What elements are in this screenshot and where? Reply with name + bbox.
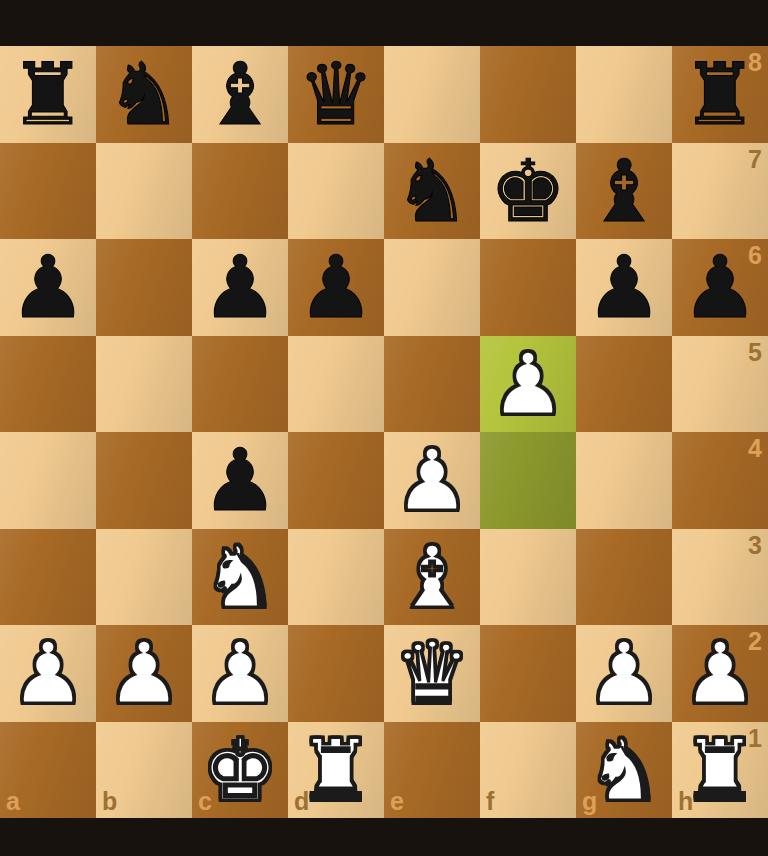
square-d1[interactable]: d♜ bbox=[288, 722, 384, 819]
square-e3[interactable]: ♝ bbox=[384, 529, 480, 626]
black-rook[interactable]: ♜ bbox=[672, 46, 768, 143]
square-e6[interactable] bbox=[384, 239, 480, 336]
white-pawn[interactable]: ♟ bbox=[480, 336, 576, 433]
black-bishop[interactable]: ♝ bbox=[192, 46, 288, 143]
black-king[interactable]: ♚ bbox=[480, 143, 576, 240]
square-b2[interactable]: ♟ bbox=[96, 625, 192, 722]
square-g5[interactable] bbox=[576, 336, 672, 433]
square-f8[interactable] bbox=[480, 46, 576, 143]
chess-board: ♜♞♝♛8♜♞♚♝7♟♟♟♟6♟♟5♟♟4♞♝3♟♟♟♛♟2♟abc♚d♜efg… bbox=[0, 46, 768, 818]
square-a3[interactable] bbox=[0, 529, 96, 626]
square-b4[interactable] bbox=[96, 432, 192, 529]
black-pawn[interactable]: ♟ bbox=[192, 432, 288, 529]
rank-label-7: 7 bbox=[748, 147, 762, 172]
square-d8[interactable]: ♛ bbox=[288, 46, 384, 143]
square-e8[interactable] bbox=[384, 46, 480, 143]
square-g3[interactable] bbox=[576, 529, 672, 626]
square-b1[interactable]: b bbox=[96, 722, 192, 819]
square-g1[interactable]: g♞ bbox=[576, 722, 672, 819]
rank-label-4: 4 bbox=[748, 436, 762, 461]
square-f7[interactable]: ♚ bbox=[480, 143, 576, 240]
white-rook[interactable]: ♜ bbox=[672, 722, 768, 819]
black-pawn[interactable]: ♟ bbox=[288, 239, 384, 336]
white-queen[interactable]: ♛ bbox=[384, 625, 480, 722]
square-e5[interactable] bbox=[384, 336, 480, 433]
square-a1[interactable]: a bbox=[0, 722, 96, 819]
black-bishop[interactable]: ♝ bbox=[576, 143, 672, 240]
square-g2[interactable]: ♟ bbox=[576, 625, 672, 722]
black-queen[interactable]: ♛ bbox=[288, 46, 384, 143]
board-frame: ♜♞♝♛8♜♞♚♝7♟♟♟♟6♟♟5♟♟4♞♝3♟♟♟♛♟2♟abc♚d♜efg… bbox=[0, 46, 768, 818]
square-a6[interactable]: ♟ bbox=[0, 239, 96, 336]
black-pawn[interactable]: ♟ bbox=[672, 239, 768, 336]
square-c1[interactable]: c♚ bbox=[192, 722, 288, 819]
square-h2[interactable]: 2♟ bbox=[672, 625, 768, 722]
square-a7[interactable] bbox=[0, 143, 96, 240]
white-king[interactable]: ♚ bbox=[192, 722, 288, 819]
square-f5[interactable]: ♟ bbox=[480, 336, 576, 433]
square-g6[interactable]: ♟ bbox=[576, 239, 672, 336]
white-pawn[interactable]: ♟ bbox=[96, 625, 192, 722]
square-f4[interactable] bbox=[480, 432, 576, 529]
square-g7[interactable]: ♝ bbox=[576, 143, 672, 240]
square-b3[interactable] bbox=[96, 529, 192, 626]
square-h8[interactable]: 8♜ bbox=[672, 46, 768, 143]
rank-label-5: 5 bbox=[748, 340, 762, 365]
square-d7[interactable] bbox=[288, 143, 384, 240]
square-e1[interactable]: e bbox=[384, 722, 480, 819]
square-c7[interactable] bbox=[192, 143, 288, 240]
white-pawn[interactable]: ♟ bbox=[0, 625, 96, 722]
square-g8[interactable] bbox=[576, 46, 672, 143]
square-c2[interactable]: ♟ bbox=[192, 625, 288, 722]
black-pawn[interactable]: ♟ bbox=[576, 239, 672, 336]
square-c4[interactable]: ♟ bbox=[192, 432, 288, 529]
square-f3[interactable] bbox=[480, 529, 576, 626]
white-pawn[interactable]: ♟ bbox=[576, 625, 672, 722]
white-rook[interactable]: ♜ bbox=[288, 722, 384, 819]
square-e7[interactable]: ♞ bbox=[384, 143, 480, 240]
black-rook[interactable]: ♜ bbox=[0, 46, 96, 143]
file-label-e: e bbox=[390, 789, 404, 814]
square-b5[interactable] bbox=[96, 336, 192, 433]
square-d6[interactable]: ♟ bbox=[288, 239, 384, 336]
square-c5[interactable] bbox=[192, 336, 288, 433]
square-a8[interactable]: ♜ bbox=[0, 46, 96, 143]
black-knight[interactable]: ♞ bbox=[384, 143, 480, 240]
square-a5[interactable] bbox=[0, 336, 96, 433]
square-e2[interactable]: ♛ bbox=[384, 625, 480, 722]
file-label-a: a bbox=[6, 789, 20, 814]
black-knight[interactable]: ♞ bbox=[96, 46, 192, 143]
square-h7[interactable]: 7 bbox=[672, 143, 768, 240]
file-label-f: f bbox=[486, 789, 494, 814]
black-pawn[interactable]: ♟ bbox=[0, 239, 96, 336]
square-h6[interactable]: 6♟ bbox=[672, 239, 768, 336]
white-bishop[interactable]: ♝ bbox=[384, 529, 480, 626]
square-c6[interactable]: ♟ bbox=[192, 239, 288, 336]
file-label-b: b bbox=[102, 789, 117, 814]
square-b6[interactable] bbox=[96, 239, 192, 336]
chess-app: { "game": "chess", "position": { "fen": … bbox=[0, 0, 768, 856]
square-a4[interactable] bbox=[0, 432, 96, 529]
square-a2[interactable]: ♟ bbox=[0, 625, 96, 722]
white-knight[interactable]: ♞ bbox=[192, 529, 288, 626]
square-d2[interactable] bbox=[288, 625, 384, 722]
square-b8[interactable]: ♞ bbox=[96, 46, 192, 143]
black-pawn[interactable]: ♟ bbox=[192, 239, 288, 336]
square-b7[interactable] bbox=[96, 143, 192, 240]
rank-label-3: 3 bbox=[748, 533, 762, 558]
square-f1[interactable]: f bbox=[480, 722, 576, 819]
square-e4[interactable]: ♟ bbox=[384, 432, 480, 529]
square-f2[interactable] bbox=[480, 625, 576, 722]
square-h3[interactable]: 3 bbox=[672, 529, 768, 626]
square-g4[interactable] bbox=[576, 432, 672, 529]
white-knight[interactable]: ♞ bbox=[576, 722, 672, 819]
square-h1[interactable]: h1♜ bbox=[672, 722, 768, 819]
square-h5[interactable]: 5 bbox=[672, 336, 768, 433]
square-d3[interactable] bbox=[288, 529, 384, 626]
square-c3[interactable]: ♞ bbox=[192, 529, 288, 626]
square-h4[interactable]: 4 bbox=[672, 432, 768, 529]
white-pawn[interactable]: ♟ bbox=[384, 432, 480, 529]
square-c8[interactable]: ♝ bbox=[192, 46, 288, 143]
white-pawn[interactable]: ♟ bbox=[192, 625, 288, 722]
square-d4[interactable] bbox=[288, 432, 384, 529]
square-d5[interactable] bbox=[288, 336, 384, 433]
square-f6[interactable] bbox=[480, 239, 576, 336]
white-pawn[interactable]: ♟ bbox=[672, 625, 768, 722]
